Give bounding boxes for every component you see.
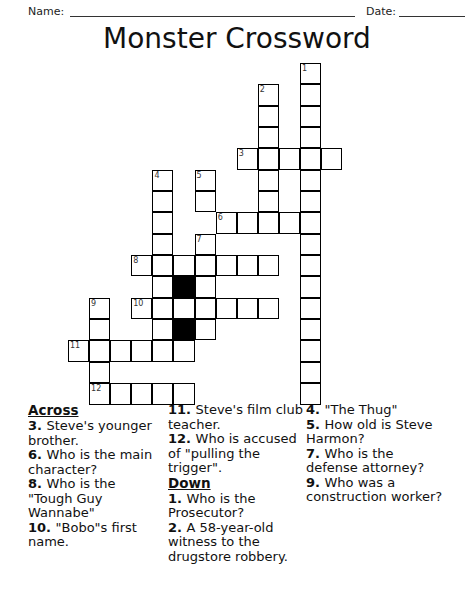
grid-cell[interactable]: 12 xyxy=(89,383,110,404)
grid-cell[interactable]: 3 xyxy=(237,148,258,169)
grid-cell[interactable]: 7 xyxy=(195,234,216,255)
clue-number-label: 4. xyxy=(306,402,325,417)
grid-cell[interactable] xyxy=(131,383,152,404)
grid-cell[interactable] xyxy=(195,298,216,319)
clue-number-label: 5. xyxy=(306,417,325,432)
clue-number: 11 xyxy=(70,341,80,350)
grid-cell[interactable] xyxy=(279,212,300,233)
clue-number: 12 xyxy=(91,384,101,393)
grid-cell[interactable] xyxy=(89,319,110,340)
grid-cell[interactable] xyxy=(152,234,173,255)
grid-cell[interactable] xyxy=(110,383,131,404)
grid-cell[interactable] xyxy=(152,319,173,340)
grid-cell[interactable] xyxy=(131,340,152,361)
grid-cell[interactable] xyxy=(152,255,173,276)
grid-cell[interactable] xyxy=(300,106,321,127)
grid-cell[interactable] xyxy=(300,319,321,340)
grid-cell[interactable] xyxy=(300,127,321,148)
grid-cell[interactable] xyxy=(173,298,194,319)
black-cell xyxy=(173,319,194,340)
grid-cell[interactable] xyxy=(300,212,321,233)
date-blank-line[interactable] xyxy=(399,16,465,17)
grid-cell[interactable] xyxy=(89,340,110,361)
down-header: Down xyxy=(168,476,309,491)
grid-cell[interactable]: 9 xyxy=(89,298,110,319)
clue-number-label: 3. xyxy=(28,418,47,433)
grid-cell[interactable] xyxy=(237,298,258,319)
grid-cell[interactable]: 6 xyxy=(216,212,237,233)
clue-d2: 2. A 58-year-old witness to the drugstor… xyxy=(168,521,309,565)
clue-number: 7 xyxy=(197,235,202,244)
clue-number: 6 xyxy=(218,213,223,222)
grid-cell[interactable] xyxy=(152,298,173,319)
grid-cell[interactable] xyxy=(258,170,279,191)
clue-d7: 7. Who is the defense attorney? xyxy=(306,447,449,476)
clue-number: 5 xyxy=(197,171,202,180)
clue-a12: 12. Who is accused of "pulling the trigg… xyxy=(168,432,309,476)
clue-number: 1 xyxy=(302,64,307,73)
name-blank-line[interactable] xyxy=(70,16,355,17)
clue-a11: 11. Steve's film club teacher. xyxy=(168,403,309,432)
clue-column-right: 4. "The Thug"5. How old is Steve Harmon?… xyxy=(306,403,449,505)
grid-cell[interactable] xyxy=(300,191,321,212)
grid-cell[interactable] xyxy=(258,298,279,319)
grid-cell[interactable] xyxy=(300,340,321,361)
clue-a10: 10. "Bobo"s first name. xyxy=(28,521,160,550)
grid-cell[interactable] xyxy=(237,255,258,276)
grid-cell[interactable] xyxy=(300,298,321,319)
worksheet-page: { "game": "crossword", "title": "Monster… xyxy=(0,0,474,613)
crossword-grid: 123456789101112 xyxy=(68,63,342,405)
clue-number: 9 xyxy=(91,299,96,308)
clue-number: 4 xyxy=(154,171,159,180)
clue-a3: 3. Steve's younger brother. xyxy=(28,419,160,448)
grid-cell[interactable] xyxy=(195,255,216,276)
grid-cell[interactable] xyxy=(195,319,216,340)
clue-number-label: 7. xyxy=(306,446,325,461)
clue-a8: 8. Who is the "Tough Guy Wannabe" xyxy=(28,477,160,521)
clue-number-label: 12. xyxy=(168,431,196,446)
grid-cell[interactable] xyxy=(110,340,131,361)
date-label: Date: xyxy=(366,5,396,18)
clue-number-label: 8. xyxy=(28,476,47,491)
clue-number-label: 11. xyxy=(168,402,196,417)
grid-cell[interactable] xyxy=(195,191,216,212)
clue-a6: 6. Who is the main character? xyxy=(28,448,160,477)
clue-number: 10 xyxy=(133,299,143,308)
clue-number: 2 xyxy=(260,85,265,94)
grid-cell[interactable]: 4 xyxy=(152,170,173,191)
grid-cell[interactable] xyxy=(300,362,321,383)
grid-cell[interactable]: 1 xyxy=(300,63,321,84)
grid-cell[interactable] xyxy=(300,255,321,276)
grid-cell[interactable] xyxy=(258,191,279,212)
clue-number-label: 6. xyxy=(28,447,47,462)
black-cell xyxy=(173,276,194,297)
grid-cell[interactable] xyxy=(258,212,279,233)
clue-number-label: 9. xyxy=(306,475,325,490)
clue-d9: 9. Who was a construction worker? xyxy=(306,476,449,505)
grid-cell[interactable]: 8 xyxy=(131,255,152,276)
grid-cell[interactable] xyxy=(300,234,321,255)
clue-d4: 4. "The Thug" xyxy=(306,403,449,418)
clue-number-label: 2. xyxy=(168,520,187,535)
name-label: Name: xyxy=(28,5,64,18)
clue-d1: 1. Who is the Prosecutor? xyxy=(168,492,309,521)
clue-column-left: Across3. Steve's younger brother.6. Who … xyxy=(28,403,160,550)
grid-cell[interactable] xyxy=(237,212,258,233)
grid-cell[interactable]: 5 xyxy=(195,170,216,191)
grid-cell[interactable] xyxy=(258,106,279,127)
clue-number: 3 xyxy=(239,149,244,158)
page-title: Monster Crossword xyxy=(0,22,474,55)
grid-cell[interactable]: 10 xyxy=(131,298,152,319)
grid-cell[interactable] xyxy=(216,255,237,276)
across-header: Across xyxy=(28,403,160,418)
grid-cell[interactable] xyxy=(173,340,194,361)
grid-cell[interactable] xyxy=(152,340,173,361)
grid-cell[interactable] xyxy=(152,191,173,212)
grid-cell[interactable] xyxy=(300,148,321,169)
grid-cell[interactable] xyxy=(258,148,279,169)
grid-cell[interactable] xyxy=(152,276,173,297)
grid-cell[interactable] xyxy=(300,84,321,105)
grid-cell[interactable] xyxy=(300,276,321,297)
grid-cell[interactable] xyxy=(279,148,300,169)
grid-cell[interactable] xyxy=(258,127,279,148)
grid-cell[interactable] xyxy=(258,255,279,276)
clue-column-middle: 11. Steve's film club teacher.12. Who is… xyxy=(168,403,309,564)
clue-d5: 5. How old is Steve Harmon? xyxy=(306,418,449,447)
clue-number-label: 10. xyxy=(28,520,56,535)
grid-cell[interactable] xyxy=(152,212,173,233)
grid-cell[interactable] xyxy=(195,276,216,297)
grid-cell[interactable]: 11 xyxy=(68,340,89,361)
grid-cell[interactable] xyxy=(89,362,110,383)
grid-cell[interactable]: 2 xyxy=(258,84,279,105)
grid-cell[interactable] xyxy=(300,170,321,191)
clue-number: 8 xyxy=(133,256,138,265)
grid-cell[interactable] xyxy=(321,148,342,169)
grid-cell[interactable] xyxy=(216,298,237,319)
grid-cell[interactable] xyxy=(173,255,194,276)
clue-number-label: 1. xyxy=(168,491,187,506)
